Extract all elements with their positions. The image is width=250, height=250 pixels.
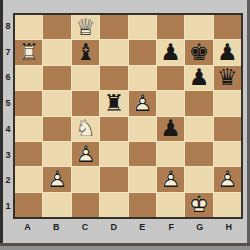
square-a5[interactable] (15, 91, 42, 115)
piece-white-king-fill: ♚ (185, 193, 212, 217)
rank-label-2: 2 (3, 168, 13, 194)
board-grid: ♛♕♜♖♝♟♚♟♟♛♜♟♙♞♘♟♟♙♟♙♟♙♟♙♚♔ (15, 15, 241, 217)
file-label-e: E (128, 220, 157, 234)
square-a8[interactable] (15, 15, 42, 39)
piece-black-pawn: ♟ (185, 66, 212, 90)
square-d3[interactable] (100, 142, 127, 166)
piece-white-pawn-fill: ♟ (129, 91, 156, 115)
square-a3[interactable] (15, 142, 42, 166)
square-h7[interactable]: ♟ (214, 40, 241, 64)
piece-white-pawn: ♙ (43, 167, 70, 191)
piece-white-knight: ♘ (72, 117, 99, 141)
square-a4[interactable] (15, 117, 42, 141)
piece-white-pawn: ♙ (72, 142, 99, 166)
square-d6[interactable] (100, 66, 127, 90)
rank-label-6: 6 (3, 65, 13, 91)
square-f4[interactable]: ♟ (157, 117, 184, 141)
square-e4[interactable] (129, 117, 156, 141)
file-coordinates: ABCDEFGH (13, 220, 243, 234)
square-c8[interactable]: ♛♕ (72, 15, 99, 39)
square-c7[interactable]: ♝ (72, 40, 99, 64)
square-g5[interactable] (185, 91, 212, 115)
square-c2[interactable] (72, 167, 99, 191)
square-g4[interactable] (185, 117, 212, 141)
file-label-a: A (13, 220, 42, 234)
square-g6[interactable]: ♟ (185, 66, 212, 90)
rank-label-4: 4 (3, 116, 13, 142)
piece-black-bishop: ♝ (72, 40, 99, 64)
square-c5[interactable] (72, 91, 99, 115)
square-e1[interactable] (129, 193, 156, 217)
square-h3[interactable] (214, 142, 241, 166)
square-a6[interactable] (15, 66, 42, 90)
file-label-f: F (157, 220, 186, 234)
square-e2[interactable] (129, 167, 156, 191)
piece-black-pawn: ♟ (157, 117, 184, 141)
rank-label-1: 1 (3, 193, 13, 219)
square-f1[interactable] (157, 193, 184, 217)
rank-label-7: 7 (3, 39, 13, 65)
square-d5[interactable]: ♜ (100, 91, 127, 115)
square-g2[interactable] (185, 167, 212, 191)
square-h2[interactable]: ♟♙ (214, 167, 241, 191)
file-label-d: D (99, 220, 128, 234)
square-g1[interactable]: ♚♔ (185, 193, 212, 217)
square-b1[interactable] (43, 193, 70, 217)
piece-white-pawn: ♙ (129, 91, 156, 115)
piece-white-king: ♔ (185, 193, 212, 217)
square-h5[interactable] (214, 91, 241, 115)
rank-label-8: 8 (3, 13, 13, 39)
piece-black-queen: ♛ (214, 66, 241, 90)
square-b3[interactable] (43, 142, 70, 166)
square-c6[interactable] (72, 66, 99, 90)
piece-white-pawn-fill: ♟ (214, 167, 241, 191)
frame-right (247, 0, 250, 250)
square-b7[interactable] (43, 40, 70, 64)
piece-white-pawn: ♙ (214, 167, 241, 191)
chess-diagram: 87654321 ♛♕♜♖♝♟♚♟♟♛♜♟♙♞♘♟♟♙♟♙♟♙♟♙♚♔ ABCD… (0, 0, 250, 250)
square-g7[interactable]: ♚ (185, 40, 212, 64)
piece-white-queen: ♕ (72, 15, 99, 39)
square-h1[interactable] (214, 193, 241, 217)
square-c3[interactable]: ♟♙ (72, 142, 99, 166)
square-e8[interactable] (129, 15, 156, 39)
piece-white-pawn-fill: ♟ (157, 167, 184, 191)
square-e5[interactable]: ♟♙ (129, 91, 156, 115)
piece-black-pawn: ♟ (157, 40, 184, 64)
square-h4[interactable] (214, 117, 241, 141)
rank-label-3: 3 (3, 142, 13, 168)
square-f2[interactable]: ♟♙ (157, 167, 184, 191)
piece-black-king: ♚ (185, 40, 212, 64)
square-f3[interactable] (157, 142, 184, 166)
square-g8[interactable] (185, 15, 212, 39)
piece-white-pawn: ♙ (157, 167, 184, 191)
piece-white-pawn-fill: ♟ (43, 167, 70, 191)
square-d1[interactable] (100, 193, 127, 217)
piece-white-knight-fill: ♞ (72, 117, 99, 141)
square-f5[interactable] (157, 91, 184, 115)
square-b6[interactable] (43, 66, 70, 90)
square-b2[interactable]: ♟♙ (43, 167, 70, 191)
chess-board: ♛♕♜♖♝♟♚♟♟♛♜♟♙♞♘♟♟♙♟♙♟♙♟♙♚♔ (13, 13, 243, 219)
square-d7[interactable] (100, 40, 127, 64)
square-a2[interactable] (15, 167, 42, 191)
square-d4[interactable] (100, 117, 127, 141)
square-e3[interactable] (129, 142, 156, 166)
square-h8[interactable] (214, 15, 241, 39)
square-a7[interactable]: ♜♖ (15, 40, 42, 64)
square-c1[interactable] (72, 193, 99, 217)
square-f6[interactable] (157, 66, 184, 90)
rank-coordinates: 87654321 (3, 13, 13, 219)
file-label-h: H (214, 220, 243, 234)
square-b8[interactable] (43, 15, 70, 39)
piece-black-pawn: ♟ (214, 40, 241, 64)
square-d2[interactable] (100, 167, 127, 191)
file-label-b: B (42, 220, 71, 234)
file-label-g: G (186, 220, 215, 234)
piece-white-pawn-fill: ♟ (72, 142, 99, 166)
square-g3[interactable] (185, 142, 212, 166)
square-d8[interactable] (100, 15, 127, 39)
square-h6[interactable]: ♛ (214, 66, 241, 90)
square-f7[interactable]: ♟ (157, 40, 184, 64)
piece-black-rook: ♜ (100, 91, 127, 115)
piece-white-queen-fill: ♛ (72, 15, 99, 39)
square-c4[interactable]: ♞♘ (72, 117, 99, 141)
square-e6[interactable] (129, 66, 156, 90)
square-f8[interactable] (157, 15, 184, 39)
file-label-c: C (71, 220, 100, 234)
square-b5[interactable] (43, 91, 70, 115)
square-b4[interactable] (43, 117, 70, 141)
rank-label-5: 5 (3, 90, 13, 116)
piece-white-rook-fill: ♜ (15, 40, 42, 64)
piece-white-rook: ♖ (15, 40, 42, 64)
square-e7[interactable] (129, 40, 156, 64)
frame-bottom-edge (0, 246, 250, 250)
square-a1[interactable] (15, 193, 42, 217)
